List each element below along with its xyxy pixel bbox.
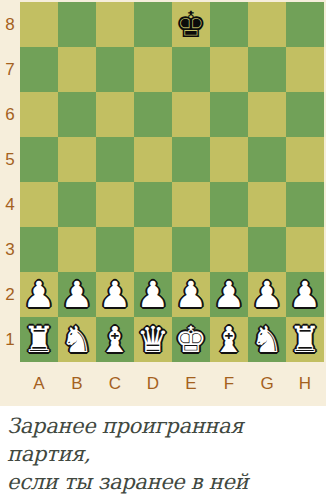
square-a7[interactable] bbox=[20, 47, 58, 92]
file-label-c: C bbox=[109, 374, 121, 394]
square-e3[interactable] bbox=[172, 227, 210, 272]
square-h6[interactable] bbox=[286, 92, 324, 137]
square-b7[interactable] bbox=[58, 47, 96, 92]
square-e4[interactable] bbox=[172, 182, 210, 227]
square-h5[interactable] bbox=[286, 137, 324, 182]
square-b6[interactable] bbox=[58, 92, 96, 137]
square-e7[interactable] bbox=[172, 47, 210, 92]
square-b5[interactable] bbox=[58, 137, 96, 182]
square-h7[interactable] bbox=[286, 47, 324, 92]
square-c4[interactable] bbox=[96, 182, 134, 227]
file-label-a: A bbox=[33, 374, 44, 394]
square-b3[interactable] bbox=[58, 227, 96, 272]
square-h4[interactable] bbox=[286, 182, 324, 227]
white-pawn[interactable]: ♟ bbox=[213, 277, 245, 313]
caption-line-1: Заранее проигранная партия, bbox=[7, 412, 320, 468]
square-g5[interactable] bbox=[248, 137, 286, 182]
square-d1[interactable]: ♛ bbox=[134, 317, 172, 362]
white-rook[interactable]: ♜ bbox=[289, 322, 321, 358]
square-d5[interactable] bbox=[134, 137, 172, 182]
rank-label-8: 8 bbox=[0, 2, 20, 47]
white-pawn[interactable]: ♟ bbox=[99, 277, 131, 313]
square-d7[interactable] bbox=[134, 47, 172, 92]
caption: Заранее проигранная партия, если ты зара… bbox=[0, 406, 326, 500]
file-labels: ABCDEFGH bbox=[20, 362, 326, 406]
square-g6[interactable] bbox=[248, 92, 286, 137]
square-h3[interactable] bbox=[286, 227, 324, 272]
chess-diagram: 87654321 ♚♟♟♟♟♟♟♟♟♜♞♝♛♚♝♞♜ ABCDEFGH bbox=[0, 0, 326, 406]
square-d8[interactable] bbox=[134, 2, 172, 47]
rank-label-1: 1 bbox=[0, 317, 20, 362]
white-pawn[interactable]: ♟ bbox=[61, 277, 93, 313]
square-e6[interactable] bbox=[172, 92, 210, 137]
white-pawn[interactable]: ♟ bbox=[289, 277, 321, 313]
file-label-b: B bbox=[71, 374, 82, 394]
square-e5[interactable] bbox=[172, 137, 210, 182]
white-pawn[interactable]: ♟ bbox=[23, 277, 55, 313]
square-c6[interactable] bbox=[96, 92, 134, 137]
caption-line-2: если ты заранее в ней сдался bbox=[7, 468, 320, 500]
square-d4[interactable] bbox=[134, 182, 172, 227]
square-d6[interactable] bbox=[134, 92, 172, 137]
square-a1[interactable]: ♜ bbox=[20, 317, 58, 362]
square-f2[interactable]: ♟ bbox=[210, 272, 248, 317]
white-bishop[interactable]: ♝ bbox=[99, 322, 131, 358]
square-e1[interactable]: ♚ bbox=[172, 317, 210, 362]
rank-label-7: 7 bbox=[0, 47, 20, 92]
black-king[interactable]: ♚ bbox=[175, 7, 207, 43]
square-e2[interactable]: ♟ bbox=[172, 272, 210, 317]
square-a6[interactable] bbox=[20, 92, 58, 137]
file-label-d: D bbox=[147, 374, 159, 394]
square-f8[interactable] bbox=[210, 2, 248, 47]
file-label-e: E bbox=[185, 374, 196, 394]
square-a3[interactable] bbox=[20, 227, 58, 272]
square-d2[interactable]: ♟ bbox=[134, 272, 172, 317]
square-a4[interactable] bbox=[20, 182, 58, 227]
square-c3[interactable] bbox=[96, 227, 134, 272]
square-c1[interactable]: ♝ bbox=[96, 317, 134, 362]
square-h8[interactable] bbox=[286, 2, 324, 47]
square-c5[interactable] bbox=[96, 137, 134, 182]
white-king[interactable]: ♚ bbox=[175, 322, 207, 358]
square-g7[interactable] bbox=[248, 47, 286, 92]
square-g4[interactable] bbox=[248, 182, 286, 227]
white-pawn[interactable]: ♟ bbox=[251, 277, 283, 313]
white-queen[interactable]: ♛ bbox=[137, 322, 169, 358]
square-b8[interactable] bbox=[58, 2, 96, 47]
square-f6[interactable] bbox=[210, 92, 248, 137]
square-c8[interactable] bbox=[96, 2, 134, 47]
square-d3[interactable] bbox=[134, 227, 172, 272]
chess-meme: 87654321 ♚♟♟♟♟♟♟♟♟♜♞♝♛♚♝♞♜ ABCDEFGH Зара… bbox=[0, 0, 326, 500]
white-pawn[interactable]: ♟ bbox=[175, 277, 207, 313]
file-label-g: G bbox=[260, 374, 273, 394]
square-a2[interactable]: ♟ bbox=[20, 272, 58, 317]
square-g1[interactable]: ♞ bbox=[248, 317, 286, 362]
square-g8[interactable] bbox=[248, 2, 286, 47]
white-rook[interactable]: ♜ bbox=[23, 322, 55, 358]
white-pawn[interactable]: ♟ bbox=[137, 277, 169, 313]
square-c7[interactable] bbox=[96, 47, 134, 92]
square-h2[interactable]: ♟ bbox=[286, 272, 324, 317]
file-label-f: F bbox=[224, 374, 234, 394]
square-e8[interactable]: ♚ bbox=[172, 2, 210, 47]
rank-label-2: 2 bbox=[0, 272, 20, 317]
rank-label-6: 6 bbox=[0, 92, 20, 137]
square-f3[interactable] bbox=[210, 227, 248, 272]
chess-board: ♚♟♟♟♟♟♟♟♟♜♞♝♛♚♝♞♜ bbox=[20, 2, 324, 362]
square-g3[interactable] bbox=[248, 227, 286, 272]
square-a8[interactable] bbox=[20, 2, 58, 47]
file-label-h: H bbox=[299, 374, 311, 394]
square-b1[interactable]: ♞ bbox=[58, 317, 96, 362]
rank-label-4: 4 bbox=[0, 182, 20, 227]
square-h1[interactable]: ♜ bbox=[286, 317, 324, 362]
square-b4[interactable] bbox=[58, 182, 96, 227]
square-a5[interactable] bbox=[20, 137, 58, 182]
square-f4[interactable] bbox=[210, 182, 248, 227]
white-knight[interactable]: ♞ bbox=[251, 322, 283, 358]
rank-labels: 87654321 bbox=[0, 2, 20, 362]
rank-label-3: 3 bbox=[0, 227, 20, 272]
square-f1[interactable]: ♝ bbox=[210, 317, 248, 362]
rank-label-5: 5 bbox=[0, 137, 20, 182]
square-g2[interactable]: ♟ bbox=[248, 272, 286, 317]
square-c2[interactable]: ♟ bbox=[96, 272, 134, 317]
square-f7[interactable] bbox=[210, 47, 248, 92]
white-bishop[interactable]: ♝ bbox=[213, 322, 245, 358]
white-knight[interactable]: ♞ bbox=[61, 322, 93, 358]
board-with-rank-labels: 87654321 ♚♟♟♟♟♟♟♟♟♜♞♝♛♚♝♞♜ bbox=[0, 2, 326, 362]
square-f5[interactable] bbox=[210, 137, 248, 182]
square-b2[interactable]: ♟ bbox=[58, 272, 96, 317]
